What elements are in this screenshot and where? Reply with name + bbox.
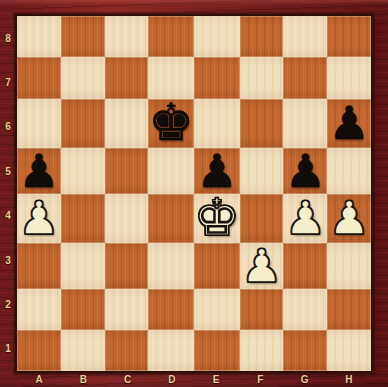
white-king-e4[interactable]: ♚: [194, 192, 240, 243]
square-g5[interactable]: ♟: [283, 148, 327, 194]
square-a5[interactable]: ♟: [17, 148, 61, 194]
square-a7[interactable]: [17, 57, 61, 98]
square-h5[interactable]: [327, 148, 371, 194]
square-e5[interactable]: ♟: [194, 148, 240, 194]
file-label-a: A: [17, 371, 61, 387]
square-c7[interactable]: [105, 57, 149, 98]
file-label-text: F: [257, 374, 263, 385]
square-h3[interactable]: [327, 243, 371, 289]
square-f2[interactable]: [240, 289, 284, 330]
square-a2[interactable]: [17, 289, 61, 330]
rank-label-text: 2: [5, 299, 11, 310]
square-g4[interactable]: ♟: [283, 194, 327, 243]
black-pawn-e5[interactable]: ♟: [196, 148, 237, 194]
square-a1[interactable]: [17, 330, 61, 371]
file-label-text: C: [124, 374, 131, 385]
square-f5[interactable]: [240, 148, 284, 194]
square-e1[interactable]: [194, 330, 240, 371]
square-c1[interactable]: [105, 330, 149, 371]
square-h2[interactable]: [327, 289, 371, 330]
square-h4[interactable]: ♟: [327, 194, 371, 243]
file-label-g: G: [283, 371, 327, 387]
square-f4[interactable]: [240, 194, 284, 243]
square-c2[interactable]: [105, 289, 149, 330]
file-label-d: D: [150, 371, 194, 387]
square-b3[interactable]: [61, 243, 105, 289]
file-label-c: C: [106, 371, 150, 387]
square-b5[interactable]: [61, 148, 105, 194]
white-pawn-g4[interactable]: ♟: [285, 195, 326, 241]
file-labels: ABCDEFGH: [17, 371, 371, 387]
square-b1[interactable]: [61, 330, 105, 371]
square-g2[interactable]: [283, 289, 327, 330]
square-e2[interactable]: [194, 289, 240, 330]
rank-label-text: 3: [5, 255, 11, 266]
square-d4[interactable]: [148, 194, 194, 243]
square-e8[interactable]: [194, 16, 240, 57]
rank-label-6: 6: [0, 105, 16, 149]
rank-labels: 87654321: [0, 16, 16, 371]
square-b6[interactable]: [61, 99, 105, 148]
square-d5[interactable]: [148, 148, 194, 194]
square-b7[interactable]: [61, 57, 105, 98]
square-e6[interactable]: [194, 99, 240, 148]
square-b2[interactable]: [61, 289, 105, 330]
rank-label-text: 5: [5, 166, 11, 177]
rank-label-4: 4: [0, 194, 16, 238]
file-label-text: E: [213, 374, 220, 385]
square-h7[interactable]: [327, 57, 371, 98]
white-pawn-f3[interactable]: ♟: [241, 243, 282, 289]
black-pawn-g5[interactable]: ♟: [285, 148, 326, 194]
square-h6[interactable]: ♟: [327, 99, 371, 148]
file-label-b: B: [61, 371, 105, 387]
rank-label-2: 2: [0, 282, 16, 326]
rank-label-text: 1: [5, 343, 11, 354]
square-a6[interactable]: [17, 99, 61, 148]
file-label-text: D: [168, 374, 175, 385]
square-g7[interactable]: [283, 57, 327, 98]
rank-label-1: 1: [0, 327, 16, 371]
file-label-text: B: [80, 374, 87, 385]
square-a3[interactable]: [17, 243, 61, 289]
square-f7[interactable]: [240, 57, 284, 98]
square-c6[interactable]: [105, 99, 149, 148]
square-a4[interactable]: ♟: [17, 194, 61, 243]
square-c4[interactable]: [105, 194, 149, 243]
file-label-text: G: [301, 374, 309, 385]
rank-label-text: 7: [5, 77, 11, 88]
square-f1[interactable]: [240, 330, 284, 371]
black-pawn-a5[interactable]: ♟: [18, 148, 59, 194]
square-f6[interactable]: [240, 99, 284, 148]
square-a8[interactable]: [17, 16, 61, 57]
square-g8[interactable]: [283, 16, 327, 57]
square-g6[interactable]: [283, 99, 327, 148]
file-label-text: A: [36, 374, 43, 385]
square-h1[interactable]: [327, 330, 371, 371]
square-e4[interactable]: ♚: [194, 194, 240, 243]
square-c5[interactable]: [105, 148, 149, 194]
rank-label-text: 8: [5, 33, 11, 44]
rank-label-text: 6: [5, 121, 11, 132]
file-label-text: H: [345, 374, 352, 385]
square-f3[interactable]: ♟: [240, 243, 284, 289]
black-pawn-h6[interactable]: ♟: [328, 100, 369, 146]
rank-label-5: 5: [0, 149, 16, 193]
rank-label-7: 7: [0, 60, 16, 104]
square-e3[interactable]: [194, 243, 240, 289]
square-b8[interactable]: [61, 16, 105, 57]
square-d2[interactable]: [148, 289, 194, 330]
file-label-f: F: [238, 371, 282, 387]
black-king-d6[interactable]: ♚: [148, 97, 194, 148]
square-d3[interactable]: [148, 243, 194, 289]
rank-label-8: 8: [0, 16, 16, 60]
square-f8[interactable]: [240, 16, 284, 57]
white-pawn-h4[interactable]: ♟: [328, 195, 369, 241]
square-g3[interactable]: [283, 243, 327, 289]
rank-label-text: 4: [5, 210, 11, 221]
square-g1[interactable]: [283, 330, 327, 371]
square-d8[interactable]: [148, 16, 194, 57]
square-b4[interactable]: [61, 194, 105, 243]
chessboard: ♚♟♟♟♟♟♚♟♟♟: [17, 16, 371, 371]
white-pawn-a4[interactable]: ♟: [18, 195, 59, 241]
file-label-h: H: [327, 371, 371, 387]
file-label-e: E: [194, 371, 238, 387]
square-e7[interactable]: [194, 57, 240, 98]
rank-label-3: 3: [0, 238, 16, 282]
square-c8[interactable]: [105, 16, 149, 57]
square-d1[interactable]: [148, 330, 194, 371]
board-frame: 87654321 ♚♟♟♟♟♟♚♟♟♟ ABCDEFGH: [0, 0, 388, 387]
square-c3[interactable]: [105, 243, 149, 289]
square-h8[interactable]: [327, 16, 371, 57]
square-d6[interactable]: ♚: [148, 99, 194, 148]
